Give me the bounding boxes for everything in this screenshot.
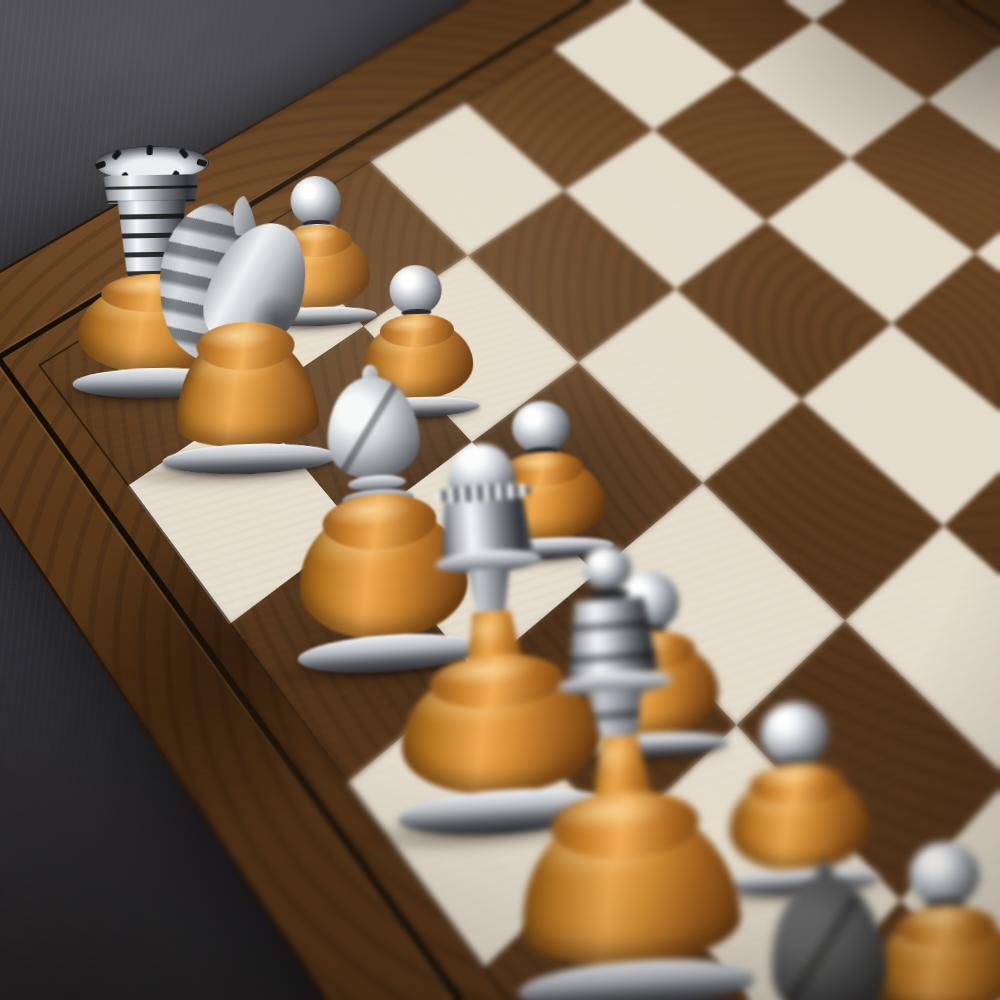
king-orb-finial [582, 544, 633, 591]
king-base-plate [517, 953, 755, 1000]
rook-slot [196, 159, 207, 167]
king-collar-rings [579, 687, 656, 743]
rook-rim-bands [98, 174, 205, 204]
king-crown [561, 596, 662, 677]
bishop-silver-mitre [768, 875, 889, 1000]
rook-slot [95, 161, 106, 170]
white-bishop-f1 [718, 855, 950, 1000]
white-king-e1 [497, 539, 747, 1000]
rook-slot [147, 145, 153, 155]
queen-crown-wall [438, 497, 533, 558]
king-wood-base [515, 798, 743, 971]
pieces-layer [0, 0, 1000, 1000]
chess-photo-stage [0, 0, 1000, 1000]
rook-slot [111, 149, 122, 160]
rook-slot [178, 148, 189, 159]
